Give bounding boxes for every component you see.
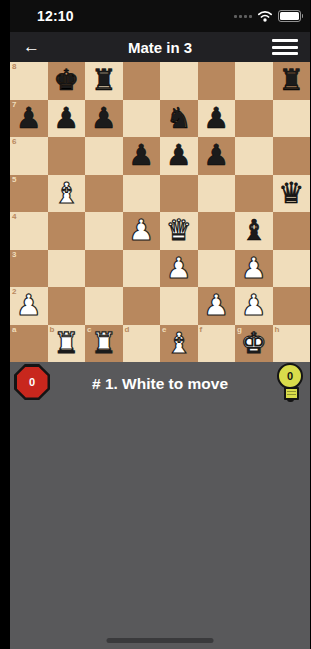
square-a6[interactable]: 6 bbox=[10, 137, 48, 175]
square-h1[interactable]: h bbox=[273, 325, 311, 363]
square-b1[interactable]: b♜ bbox=[48, 325, 86, 363]
square-a5[interactable]: 5 bbox=[10, 175, 48, 213]
square-h7[interactable] bbox=[273, 100, 311, 138]
square-d6[interactable]: ♟ bbox=[123, 137, 161, 175]
black-pawn-e6[interactable]: ♟ bbox=[160, 137, 198, 175]
chess-board: 8♚♜♜7♟♟♟♞♟6♟♟♟5♝♛4♟♛♝3♟♟2♟♟♟ab♜c♜de♝fg♚h bbox=[10, 62, 310, 362]
black-pawn-a7[interactable]: ♟ bbox=[10, 100, 48, 138]
square-f7[interactable]: ♟ bbox=[198, 100, 236, 138]
status-bar: 12:10 bbox=[10, 0, 310, 32]
black-king-b8[interactable]: ♚ bbox=[48, 62, 86, 100]
square-d7[interactable] bbox=[123, 100, 161, 138]
square-f3[interactable] bbox=[198, 250, 236, 288]
square-d2[interactable] bbox=[123, 287, 161, 325]
back-arrow-icon: ← bbox=[23, 37, 40, 57]
square-e3[interactable]: ♟ bbox=[160, 250, 198, 288]
square-h6[interactable] bbox=[273, 137, 311, 175]
square-a8[interactable]: 8 bbox=[10, 62, 48, 100]
square-f5[interactable] bbox=[198, 175, 236, 213]
black-pawn-f6[interactable]: ♟ bbox=[198, 137, 236, 175]
white-pawn-g3[interactable]: ♟ bbox=[235, 250, 273, 288]
square-b5[interactable]: ♝ bbox=[48, 175, 86, 213]
square-d1[interactable]: d bbox=[123, 325, 161, 363]
square-h5[interactable]: ♛ bbox=[273, 175, 311, 213]
square-e4[interactable]: ♛ bbox=[160, 212, 198, 250]
square-b7[interactable]: ♟ bbox=[48, 100, 86, 138]
black-rook-c8[interactable]: ♜ bbox=[85, 62, 123, 100]
square-a1[interactable]: a bbox=[10, 325, 48, 363]
coordinate-label-6: 6 bbox=[12, 138, 16, 146]
nav-bar: ← Mate in 3 bbox=[10, 32, 310, 62]
square-h4[interactable] bbox=[273, 212, 311, 250]
coordinate-label-3: 3 bbox=[12, 251, 16, 259]
black-knight-e7[interactable]: ♞ bbox=[160, 100, 198, 138]
square-e8[interactable] bbox=[160, 62, 198, 100]
back-button[interactable]: ← bbox=[23, 32, 40, 62]
square-c6[interactable] bbox=[85, 137, 123, 175]
square-a7[interactable]: 7♟ bbox=[10, 100, 48, 138]
square-g7[interactable] bbox=[235, 100, 273, 138]
square-e5[interactable] bbox=[160, 175, 198, 213]
square-f6[interactable]: ♟ bbox=[198, 137, 236, 175]
cellular-signal-icon bbox=[234, 15, 252, 18]
square-f2[interactable]: ♟ bbox=[198, 287, 236, 325]
square-h8[interactable]: ♜ bbox=[273, 62, 311, 100]
square-g8[interactable] bbox=[235, 62, 273, 100]
square-c3[interactable] bbox=[85, 250, 123, 288]
black-bishop-g4[interactable]: ♝ bbox=[235, 212, 273, 250]
square-e6[interactable]: ♟ bbox=[160, 137, 198, 175]
black-pawn-f7[interactable]: ♟ bbox=[198, 100, 236, 138]
home-indicator[interactable] bbox=[107, 638, 214, 643]
square-e1[interactable]: e♝ bbox=[160, 325, 198, 363]
square-d3[interactable] bbox=[123, 250, 161, 288]
page-title: Mate in 3 bbox=[128, 39, 192, 56]
black-pawn-c7[interactable]: ♟ bbox=[85, 100, 123, 138]
white-pawn-a2[interactable]: ♟ bbox=[10, 287, 48, 325]
white-king-g1[interactable]: ♚ bbox=[235, 325, 273, 363]
square-b2[interactable] bbox=[48, 287, 86, 325]
info-bar: 0 # 1. White to move 0 bbox=[10, 362, 310, 406]
square-b4[interactable] bbox=[48, 212, 86, 250]
square-d4[interactable]: ♟ bbox=[123, 212, 161, 250]
white-pawn-f2[interactable]: ♟ bbox=[198, 287, 236, 325]
coordinate-label-f: f bbox=[200, 326, 203, 334]
black-pawn-d6[interactable]: ♟ bbox=[123, 137, 161, 175]
hamburger-menu-button[interactable] bbox=[272, 39, 298, 55]
square-g3[interactable]: ♟ bbox=[235, 250, 273, 288]
app-screen: 12:10 ← Mate in 3 8♚♜♜7♟♟♟♞♟6♟♟♟5♝♛4♟♛♝3… bbox=[10, 0, 310, 649]
hint-button[interactable]: 0 bbox=[276, 363, 304, 405]
square-f1[interactable]: f bbox=[198, 325, 236, 363]
white-rook-c1[interactable]: ♜ bbox=[85, 325, 123, 363]
square-g1[interactable]: g♚ bbox=[235, 325, 273, 363]
white-pawn-d4[interactable]: ♟ bbox=[123, 212, 161, 250]
coordinate-label-5: 5 bbox=[12, 176, 16, 184]
square-g5[interactable] bbox=[235, 175, 273, 213]
square-a4[interactable]: 4 bbox=[10, 212, 48, 250]
square-g4[interactable]: ♝ bbox=[235, 212, 273, 250]
square-a3[interactable]: 3 bbox=[10, 250, 48, 288]
square-e2[interactable] bbox=[160, 287, 198, 325]
square-c8[interactable]: ♜ bbox=[85, 62, 123, 100]
content-area bbox=[10, 406, 310, 649]
square-c1[interactable]: c♜ bbox=[85, 325, 123, 363]
black-pawn-b7[interactable]: ♟ bbox=[48, 100, 86, 138]
square-h2[interactable] bbox=[273, 287, 311, 325]
square-b6[interactable] bbox=[48, 137, 86, 175]
white-bishop-b5[interactable]: ♝ bbox=[48, 175, 86, 213]
white-pawn-g2[interactable]: ♟ bbox=[235, 287, 273, 325]
black-rook-h8[interactable]: ♜ bbox=[273, 62, 311, 100]
coordinate-label-8: 8 bbox=[12, 63, 16, 71]
square-d8[interactable] bbox=[123, 62, 161, 100]
square-g2[interactable]: ♟ bbox=[235, 287, 273, 325]
black-queen-h5[interactable]: ♛ bbox=[273, 175, 311, 213]
white-pawn-e3[interactable]: ♟ bbox=[160, 250, 198, 288]
clock: 12:10 bbox=[37, 8, 74, 24]
coordinate-label-d: d bbox=[125, 326, 130, 334]
square-c7[interactable]: ♟ bbox=[85, 100, 123, 138]
square-a2[interactable]: 2♟ bbox=[10, 287, 48, 325]
square-c5[interactable] bbox=[85, 175, 123, 213]
square-f8[interactable] bbox=[198, 62, 236, 100]
square-g6[interactable] bbox=[235, 137, 273, 175]
coordinate-label-a: a bbox=[12, 326, 16, 334]
square-b8[interactable]: ♚ bbox=[48, 62, 86, 100]
square-d5[interactable] bbox=[123, 175, 161, 213]
white-bishop-e1[interactable]: ♝ bbox=[160, 325, 198, 363]
square-f4[interactable] bbox=[198, 212, 236, 250]
square-b3[interactable] bbox=[48, 250, 86, 288]
puzzle-prompt: # 1. White to move bbox=[10, 362, 310, 406]
white-rook-b1[interactable]: ♜ bbox=[48, 325, 86, 363]
battery-icon bbox=[278, 10, 301, 22]
coordinate-label-4: 4 bbox=[12, 213, 16, 221]
lightbulb-icon: 0 bbox=[277, 363, 303, 389]
square-c4[interactable] bbox=[85, 212, 123, 250]
square-h3[interactable] bbox=[273, 250, 311, 288]
square-e7[interactable]: ♞ bbox=[160, 100, 198, 138]
white-queen-e4[interactable]: ♛ bbox=[160, 212, 198, 250]
coordinate-label-h: h bbox=[275, 326, 280, 334]
wifi-icon bbox=[257, 10, 273, 22]
square-c2[interactable] bbox=[85, 287, 123, 325]
